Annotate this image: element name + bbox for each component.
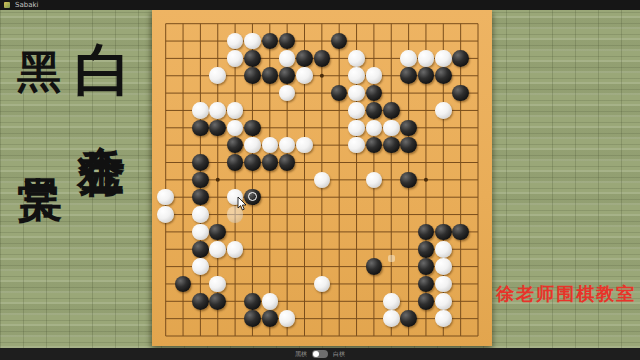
white-stone [435, 293, 452, 310]
white-stone [209, 67, 226, 84]
black-stone [418, 258, 435, 275]
black-stone [435, 224, 452, 241]
white-side-label: 白棋 [333, 348, 345, 360]
black-stone [192, 172, 209, 189]
black-stone [366, 102, 383, 119]
black-stone [400, 67, 417, 84]
black-stone [400, 172, 417, 189]
white-player-color-label: 白 [74, 42, 132, 99]
white-stone [262, 293, 279, 310]
white-stone [400, 50, 417, 67]
white-stone [192, 102, 209, 119]
color-toggle-switch[interactable] [312, 350, 328, 358]
black-stone [262, 154, 279, 171]
app-icon [4, 2, 10, 8]
black-stone [209, 224, 226, 241]
watermark-text: 徐老师围棋教室 [496, 282, 636, 306]
white-stone [227, 50, 244, 67]
black-stone [418, 67, 435, 84]
bottom-toolbar: 黑棋 白棋 [0, 348, 640, 360]
black-stone [452, 224, 469, 241]
white-stone [435, 50, 452, 67]
white-stone [418, 50, 435, 67]
black-stone [192, 293, 209, 310]
toggle-knob [313, 351, 319, 357]
black-stone [209, 120, 226, 137]
mouse-cursor [237, 197, 247, 211]
white-stone [348, 67, 365, 84]
white-stone [279, 50, 296, 67]
white-stone [435, 258, 452, 275]
white-stone [296, 137, 313, 154]
window-title: Sabaki [15, 0, 38, 10]
white-stone [192, 224, 209, 241]
white-stone [366, 67, 383, 84]
white-stone [296, 67, 313, 84]
black-player-name: 常昊 [15, 140, 63, 144]
white-stone [348, 85, 365, 102]
black-player-color-label: 黑 [16, 50, 62, 94]
black-stone [244, 67, 261, 84]
hint-marker [388, 255, 395, 262]
white-player-name: 金秀壮 [79, 108, 127, 114]
black-stone [418, 241, 435, 258]
star-point [216, 178, 220, 182]
white-stone [192, 258, 209, 275]
white-stone [366, 120, 383, 137]
white-stone [383, 120, 400, 137]
black-stone [383, 102, 400, 119]
window-titlebar: Sabaki [0, 0, 640, 10]
white-stone [348, 102, 365, 119]
black-stone [262, 310, 279, 327]
black-stone [244, 154, 261, 171]
black-stone [244, 50, 261, 67]
star-point [320, 74, 324, 78]
white-stone [244, 137, 261, 154]
black-stone [192, 189, 209, 206]
black-stone [192, 154, 209, 171]
white-stone [157, 206, 174, 223]
black-stone [209, 293, 226, 310]
black-stone [192, 120, 209, 137]
black-stone [244, 293, 261, 310]
black-stone [400, 120, 417, 137]
white-stone [435, 276, 452, 293]
black-stone [244, 310, 261, 327]
white-stone [383, 310, 400, 327]
white-stone [348, 50, 365, 67]
white-stone [348, 137, 365, 154]
black-stone [383, 137, 400, 154]
white-stone [314, 172, 331, 189]
white-stone [192, 206, 209, 223]
black-stone [452, 50, 469, 67]
white-stone [383, 293, 400, 310]
white-stone [209, 241, 226, 258]
black-stone [279, 154, 296, 171]
white-stone [244, 33, 261, 50]
black-stone [418, 293, 435, 310]
black-side-label: 黑棋 [295, 348, 307, 360]
white-stone [209, 102, 226, 119]
black-stone [192, 241, 209, 258]
last-move-marker [248, 192, 257, 201]
white-stone [348, 120, 365, 137]
white-stone [227, 241, 244, 258]
black-stone [400, 310, 417, 327]
black-stone [262, 67, 279, 84]
black-stone [366, 258, 383, 275]
white-stone [435, 102, 452, 119]
white-stone [435, 241, 452, 258]
black-stone [227, 154, 244, 171]
go-board[interactable] [152, 10, 492, 346]
white-stone [435, 310, 452, 327]
black-stone [435, 67, 452, 84]
black-stone [314, 50, 331, 67]
white-stone [209, 276, 226, 293]
black-stone [244, 120, 261, 137]
star-point [424, 178, 428, 182]
black-stone [296, 50, 313, 67]
white-stone [227, 102, 244, 119]
